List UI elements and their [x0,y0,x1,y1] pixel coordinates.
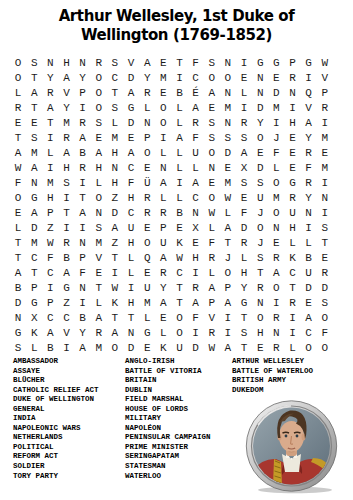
grid-cell[interactable]: L [155,145,171,160]
grid-cell[interactable]: P [26,280,42,295]
grid-cell[interactable]: H [91,160,107,175]
grid-cell[interactable]: N [220,55,236,70]
grid-cell[interactable]: E [91,130,107,145]
grid-cell[interactable]: U [188,145,204,160]
grid-cell[interactable]: O [91,70,107,85]
grid-cell[interactable]: É [188,85,204,100]
grid-cell[interactable]: P [284,55,300,70]
grid-cell[interactable]: R [301,145,317,160]
grid-cell[interactable]: S [91,115,107,130]
grid-cell[interactable]: R [284,190,300,205]
grid-cell[interactable]: I [171,70,187,85]
grid-cell[interactable]: T [10,235,26,250]
grid-cell[interactable]: H [252,325,268,340]
grid-cell[interactable]: O [204,145,220,160]
grid-cell[interactable]: J [220,250,236,265]
grid-cell[interactable]: A [123,145,139,160]
grid-cell[interactable]: F [317,325,333,340]
grid-cell[interactable]: P [155,220,171,235]
grid-cell[interactable]: W [317,55,333,70]
grid-cell[interactable]: N [204,160,220,175]
grid-cell[interactable]: L [236,250,252,265]
grid-cell[interactable]: N [220,85,236,100]
grid-cell[interactable]: N [10,310,26,325]
grid-cell[interactable]: D [123,70,139,85]
grid-cell[interactable]: B [58,250,74,265]
grid-cell[interactable]: I [284,100,300,115]
grid-cell[interactable]: E [10,115,26,130]
grid-cell[interactable]: R [204,250,220,265]
grid-cell[interactable]: G [301,55,317,70]
grid-cell[interactable]: H [107,145,123,160]
grid-cell[interactable]: T [107,250,123,265]
grid-cell[interactable]: F [188,55,204,70]
grid-cell[interactable]: M [268,100,284,115]
grid-cell[interactable]: A [268,265,284,280]
grid-cell[interactable]: L [91,295,107,310]
grid-cell[interactable]: E [301,295,317,310]
grid-cell[interactable]: L [123,250,139,265]
grid-cell[interactable]: F [204,235,220,250]
grid-cell[interactable]: L [10,85,26,100]
grid-cell[interactable]: N [139,115,155,130]
grid-cell[interactable]: Y [139,70,155,85]
grid-cell[interactable]: D [252,100,268,115]
grid-cell[interactable]: O [317,310,333,325]
grid-cell[interactable]: E [10,205,26,220]
grid-cell[interactable]: L [268,160,284,175]
grid-cell[interactable]: A [10,265,26,280]
grid-cell[interactable]: D [317,280,333,295]
grid-cell[interactable]: A [10,145,26,160]
grid-cell[interactable]: X [26,310,42,325]
grid-cell[interactable]: B [10,280,26,295]
grid-cell[interactable]: W [220,190,236,205]
grid-cell[interactable]: I [301,70,317,85]
grid-cell[interactable]: I [75,295,91,310]
grid-cell[interactable]: E [317,145,333,160]
grid-cell[interactable]: R [75,160,91,175]
grid-cell[interactable]: A [220,295,236,310]
grid-cell[interactable]: T [10,130,26,145]
grid-cell[interactable]: D [123,115,139,130]
grid-cell[interactable]: S [58,175,74,190]
grid-cell[interactable]: T [317,235,333,250]
grid-cell[interactable]: M [26,145,42,160]
grid-cell[interactable]: I [123,280,139,295]
grid-cell[interactable]: A [26,85,42,100]
grid-cell[interactable]: Q [139,250,155,265]
grid-cell[interactable]: A [139,55,155,70]
grid-cell[interactable]: A [91,145,107,160]
grid-cell[interactable]: Z [58,295,74,310]
grid-cell[interactable]: O [10,190,26,205]
grid-cell[interactable]: O [139,145,155,160]
grid-cell[interactable]: L [139,310,155,325]
grid-cell[interactable]: B [42,340,58,355]
grid-cell[interactable]: K [107,295,123,310]
grid-cell[interactable]: E [284,145,300,160]
grid-cell[interactable]: R [236,235,252,250]
grid-cell[interactable]: T [10,250,26,265]
grid-cell[interactable]: W [171,250,187,265]
grid-cell[interactable]: L [204,220,220,235]
grid-cell[interactable]: P [75,250,91,265]
grid-cell[interactable]: I [75,175,91,190]
grid-cell[interactable]: I [58,220,74,235]
grid-cell[interactable]: R [42,85,58,100]
grid-cell[interactable]: I [236,55,252,70]
grid-cell[interactable]: S [236,175,252,190]
grid-cell[interactable]: T [91,280,107,295]
grid-cell[interactable]: I [220,310,236,325]
grid-cell[interactable]: O [155,100,171,115]
grid-cell[interactable]: H [123,235,139,250]
grid-cell[interactable]: Y [75,325,91,340]
grid-cell[interactable]: N [252,85,268,100]
grid-cell[interactable]: C [42,310,58,325]
grid-cell[interactable]: O [268,175,284,190]
grid-cell[interactable]: A [75,130,91,145]
grid-cell[interactable]: E [155,55,171,70]
grid-cell[interactable]: K [171,235,187,250]
grid-cell[interactable]: S [204,55,220,70]
grid-cell[interactable]: T [75,190,91,205]
grid-cell[interactable]: O [252,310,268,325]
grid-cell[interactable]: A [188,295,204,310]
grid-cell[interactable]: A [91,310,107,325]
grid-cell[interactable]: N [317,190,333,205]
grid-cell[interactable]: L [123,265,139,280]
grid-cell[interactable]: D [123,340,139,355]
grid-cell[interactable]: H [236,265,252,280]
grid-cell[interactable]: E [236,190,252,205]
grid-cell[interactable]: P [75,85,91,100]
grid-cell[interactable]: M [42,175,58,190]
grid-cell[interactable]: R [10,100,26,115]
grid-cell[interactable]: C [284,265,300,280]
grid-cell[interactable]: F [75,265,91,280]
grid-cell[interactable]: Q [301,85,317,100]
grid-cell[interactable]: L [188,160,204,175]
grid-cell[interactable]: F [268,145,284,160]
grid-cell[interactable]: I [58,340,74,355]
grid-cell[interactable]: A [220,220,236,235]
grid-cell[interactable]: O [268,280,284,295]
grid-cell[interactable]: I [317,205,333,220]
grid-cell[interactable]: N [284,85,300,100]
grid-cell[interactable]: R [252,280,268,295]
grid-cell[interactable]: D [220,145,236,160]
grid-cell[interactable]: R [284,295,300,310]
grid-cell[interactable]: E [123,130,139,145]
grid-cell[interactable]: T [107,310,123,325]
grid-cell[interactable]: L [284,235,300,250]
grid-cell[interactable]: Y [301,190,317,205]
grid-cell[interactable]: D [107,205,123,220]
grid-cell[interactable]: A [123,85,139,100]
grid-cell[interactable]: R [317,100,333,115]
grid-cell[interactable]: F [10,175,26,190]
grid-cell[interactable]: R [139,205,155,220]
grid-cell[interactable]: S [220,130,236,145]
grid-cell[interactable]: Y [42,70,58,85]
grid-cell[interactable]: M [317,130,333,145]
grid-cell[interactable]: B [171,205,187,220]
grid-cell[interactable]: R [268,250,284,265]
grid-cell[interactable]: A [107,220,123,235]
grid-cell[interactable]: N [220,115,236,130]
grid-cell[interactable]: R [236,115,252,130]
grid-cell[interactable]: H [284,115,300,130]
grid-cell[interactable]: Z [42,220,58,235]
grid-cell[interactable]: D [10,295,26,310]
grid-cell[interactable]: O [204,70,220,85]
grid-cell[interactable]: C [188,70,204,85]
grid-cell[interactable]: I [42,160,58,175]
grid-cell[interactable]: N [75,55,91,70]
grid-cell[interactable]: T [107,85,123,100]
grid-cell[interactable]: E [204,175,220,190]
grid-cell[interactable]: A [58,145,74,160]
grid-cell[interactable]: V [123,55,139,70]
grid-cell[interactable]: U [171,340,187,355]
grid-cell[interactable]: R [188,280,204,295]
grid-cell[interactable]: C [107,70,123,85]
grid-cell[interactable]: E [171,220,187,235]
grid-cell[interactable]: D [268,85,284,100]
grid-cell[interactable]: I [171,175,187,190]
grid-cell[interactable]: L [171,160,187,175]
grid-cell[interactable]: O [171,310,187,325]
grid-cell[interactable]: N [188,205,204,220]
grid-cell[interactable]: T [26,70,42,85]
grid-cell[interactable]: G [58,280,74,295]
grid-cell[interactable]: I [284,310,300,325]
grid-cell[interactable]: T [236,340,252,355]
grid-cell[interactable]: G [252,55,268,70]
grid-cell[interactable]: N [268,220,284,235]
grid-cell[interactable]: V [204,310,220,325]
grid-cell[interactable]: I [42,280,58,295]
grid-cell[interactable]: E [236,70,252,85]
grid-cell[interactable]: E [284,160,300,175]
grid-cell[interactable]: O [252,130,268,145]
grid-cell[interactable]: A [155,175,171,190]
grid-cell[interactable]: S [252,175,268,190]
grid-cell[interactable]: L [301,235,317,250]
grid-cell[interactable]: T [171,280,187,295]
grid-cell[interactable]: E [139,220,155,235]
grid-cell[interactable]: C [301,325,317,340]
grid-cell[interactable]: V [58,85,74,100]
grid-cell[interactable]: O [204,190,220,205]
grid-cell[interactable]: Z [107,190,123,205]
grid-cell[interactable]: F [188,310,204,325]
grid-cell[interactable]: L [171,100,187,115]
grid-cell[interactable]: T [123,310,139,325]
grid-cell[interactable]: E [91,265,107,280]
grid-cell[interactable]: S [317,295,333,310]
grid-cell[interactable]: B [75,145,91,160]
grid-cell[interactable]: L [10,220,26,235]
grid-cell[interactable]: Z [107,235,123,250]
grid-cell[interactable]: E [155,85,171,100]
grid-cell[interactable]: N [26,175,42,190]
grid-cell[interactable]: I [301,220,317,235]
grid-cell[interactable]: R [284,70,300,85]
grid-cell[interactable]: J [252,235,268,250]
grid-cell[interactable]: R [268,310,284,325]
grid-cell[interactable]: P [317,85,333,100]
grid-cell[interactable]: A [301,310,317,325]
grid-cell[interactable]: V [91,250,107,265]
grid-cell[interactable]: R [75,115,91,130]
grid-cell[interactable]: Y [75,70,91,85]
grid-cell[interactable]: A [204,280,220,295]
grid-cell[interactable]: O [107,340,123,355]
grid-cell[interactable]: T [171,55,187,70]
grid-cell[interactable]: R [301,175,317,190]
grid-cell[interactable]: I [284,325,300,340]
grid-cell[interactable]: T [284,280,300,295]
grid-cell[interactable]: H [188,250,204,265]
grid-cell[interactable]: C [26,250,42,265]
grid-cell[interactable]: G [10,325,26,340]
grid-cell[interactable]: H [58,55,74,70]
grid-cell[interactable]: A [236,145,252,160]
grid-cell[interactable]: I [236,100,252,115]
grid-cell[interactable]: T [26,100,42,115]
grid-cell[interactable]: Y [155,280,171,295]
grid-cell[interactable]: H [284,220,300,235]
grid-cell[interactable]: W [10,160,26,175]
grid-cell[interactable]: N [252,70,268,85]
grid-cell[interactable]: N [301,205,317,220]
grid-cell[interactable]: T [252,265,268,280]
grid-cell[interactable]: S [204,115,220,130]
grid-cell[interactable]: N [75,280,91,295]
grid-cell[interactable]: W [204,205,220,220]
grid-cell[interactable]: W [107,280,123,295]
grid-cell[interactable]: E [204,100,220,115]
grid-cell[interactable]: V [58,325,74,340]
grid-cell[interactable]: K [155,340,171,355]
grid-cell[interactable]: E [220,160,236,175]
grid-cell[interactable]: O [139,235,155,250]
grid-cell[interactable]: E [188,235,204,250]
grid-cell[interactable]: G [26,295,42,310]
grid-cell[interactable]: A [42,325,58,340]
grid-cell[interactable]: H [123,295,139,310]
grid-cell[interactable]: L [171,190,187,205]
grid-cell[interactable]: N [268,325,284,340]
grid-cell[interactable]: N [155,160,171,175]
grid-cell[interactable]: A [188,175,204,190]
grid-cell[interactable]: E [139,265,155,280]
grid-cell[interactable]: A [204,85,220,100]
grid-cell[interactable]: O [10,55,26,70]
grid-cell[interactable]: U [123,220,139,235]
grid-cell[interactable]: G [26,190,42,205]
grid-cell[interactable]: P [139,130,155,145]
grid-cell[interactable]: S [91,220,107,235]
grid-cell[interactable]: U [252,190,268,205]
grid-cell[interactable]: H [107,175,123,190]
grid-cell[interactable]: R [317,265,333,280]
grid-cell[interactable]: E [268,235,284,250]
grid-cell[interactable]: A [301,115,317,130]
grid-cell[interactable]: R [58,235,74,250]
grid-cell[interactable]: F [188,130,204,145]
grid-cell[interactable]: L [139,100,155,115]
grid-cell[interactable]: L [155,190,171,205]
grid-cell[interactable]: L [236,85,252,100]
grid-cell[interactable]: R [91,325,107,340]
grid-cell[interactable]: N [107,160,123,175]
grid-cell[interactable]: I [75,100,91,115]
grid-cell[interactable]: O [268,205,284,220]
grid-cell[interactable]: I [107,265,123,280]
grid-cell[interactable]: J [252,205,268,220]
grid-cell[interactable]: R [268,340,284,355]
grid-cell[interactable]: P [204,295,220,310]
grid-cell[interactable]: A [58,265,74,280]
grid-cell[interactable]: L [171,145,187,160]
grid-cell[interactable]: C [42,265,58,280]
grid-cell[interactable]: I [317,175,333,190]
grid-cell[interactable]: S [236,325,252,340]
grid-cell[interactable]: L [284,340,300,355]
grid-cell[interactable]: H [42,190,58,205]
grid-cell[interactable]: R [139,85,155,100]
grid-cell[interactable]: I [268,115,284,130]
grid-cell[interactable]: Y [301,130,317,145]
grid-cell[interactable]: S [26,55,42,70]
grid-cell[interactable]: M [139,295,155,310]
grid-cell[interactable]: B [75,310,91,325]
grid-cell[interactable]: A [26,205,42,220]
grid-cell[interactable]: A [155,295,171,310]
grid-cell[interactable]: E [268,70,284,85]
grid-cell[interactable]: L [26,340,42,355]
grid-cell[interactable]: H [58,160,74,175]
grid-cell[interactable]: Y [252,115,268,130]
grid-cell[interactable]: M [317,160,333,175]
grid-cell[interactable]: W [204,340,220,355]
grid-cell[interactable]: S [204,130,220,145]
grid-cell[interactable]: D [26,220,42,235]
grid-cell[interactable]: D [188,340,204,355]
grid-cell[interactable]: M [268,190,284,205]
grid-cell[interactable]: O [171,325,187,340]
grid-cell[interactable]: L [220,205,236,220]
grid-cell[interactable]: E [26,115,42,130]
grid-cell[interactable]: I [42,130,58,145]
grid-cell[interactable]: E [252,340,268,355]
grid-cell[interactable]: N [252,295,268,310]
grid-cell[interactable]: L [42,145,58,160]
grid-cell[interactable]: B [171,85,187,100]
grid-cell[interactable]: D [301,280,317,295]
grid-cell[interactable]: R [155,205,171,220]
grid-cell[interactable]: T [42,115,58,130]
grid-cell[interactable]: I [58,190,74,205]
grid-cell[interactable]: G [284,175,300,190]
grid-cell[interactable]: O [91,100,107,115]
grid-cell[interactable]: I [317,115,333,130]
grid-cell[interactable]: O [317,340,333,355]
